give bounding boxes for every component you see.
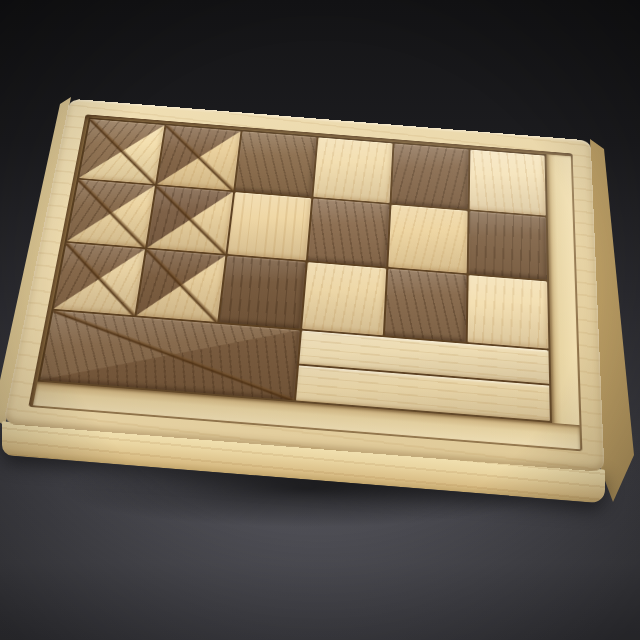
dark-triangle-nw-r2c2[interactable] xyxy=(147,185,233,253)
light-square-block-r1c4[interactable] xyxy=(313,137,392,202)
dark-square-block-r3c5[interactable] xyxy=(385,269,467,342)
inner-wall-right xyxy=(546,154,580,447)
triangle-pair-block-r3c1[interactable] xyxy=(54,243,145,315)
light-square-block-r1c6[interactable] xyxy=(470,150,546,216)
dark-triangle-nw-r1c2[interactable] xyxy=(157,125,240,190)
photo-scene xyxy=(0,0,640,640)
dark-square-block-r3c3[interactable] xyxy=(219,256,305,329)
triangle-pair-block-r2c1[interactable] xyxy=(67,179,155,247)
triangle-pair-block-r2c2[interactable] xyxy=(147,185,233,253)
light-square-block-r3c6[interactable] xyxy=(468,275,549,348)
dark-triangle-nw-r1c1[interactable] xyxy=(79,119,164,184)
tray-top-rim xyxy=(3,99,604,472)
dark-square-block-r2c4[interactable] xyxy=(308,198,390,267)
blocks-grid xyxy=(40,119,550,421)
dark-square-block-r1c3[interactable] xyxy=(235,131,316,196)
dark-triangle-nw-r3c2[interactable] xyxy=(137,249,226,321)
light-square-block-r2c5[interactable] xyxy=(388,204,467,273)
dark-square-block-r2c6[interactable] xyxy=(469,211,547,280)
triangle-pair-block-r3c2[interactable] xyxy=(137,249,226,321)
light-square-block-r3c4[interactable] xyxy=(302,262,386,335)
dark-triangle-nw-r3c1[interactable] xyxy=(54,243,145,315)
tray-interior xyxy=(28,114,582,451)
light-square-block-r2c3[interactable] xyxy=(228,192,312,261)
dark-triangle-nw-r2c1[interactable] xyxy=(67,179,155,247)
triangle-pair-block-r1c2[interactable] xyxy=(157,125,240,190)
triangle-pair-block-r1c1[interactable] xyxy=(79,119,164,184)
dark-square-block-r1c5[interactable] xyxy=(391,144,468,209)
